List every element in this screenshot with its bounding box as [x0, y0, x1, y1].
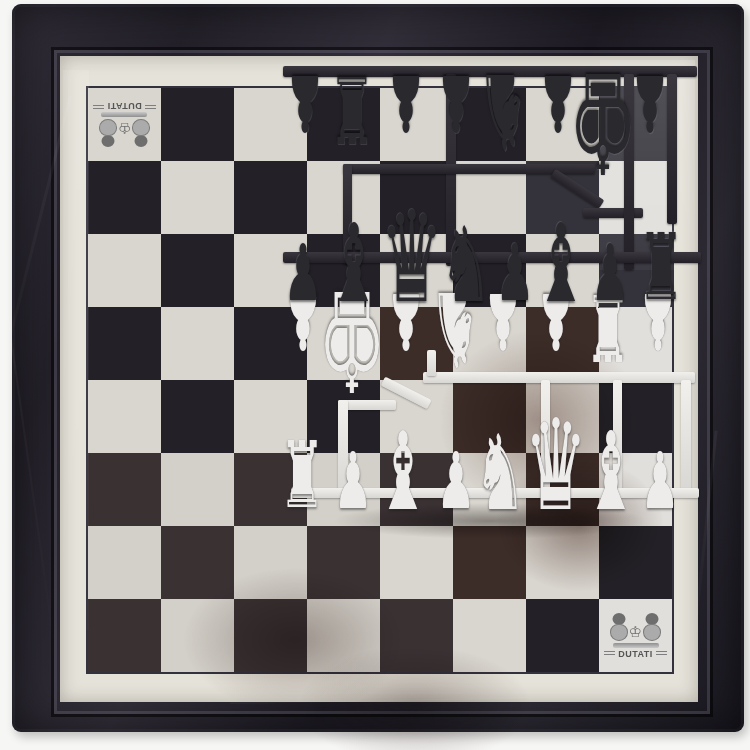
sprue-bar: [583, 208, 643, 218]
black-bishop-on-sprue: ♝: [534, 210, 588, 318]
square-b6: [161, 234, 234, 307]
logo-wing-base: [102, 113, 148, 118]
black-pawn-on-sprue: ♟: [283, 234, 322, 312]
square-a6: [88, 234, 161, 307]
brand-logo-bottom-right: ♔DUTATI: [599, 599, 672, 672]
white-bishop-on-sprue: ♝: [376, 418, 430, 526]
black-queen-on-sprue: ♛: [380, 195, 443, 321]
black-pawn-on-sprue: ♟: [495, 234, 534, 312]
square-b1: [161, 599, 234, 672]
logo-kid-left: [132, 119, 149, 148]
square-a1: [88, 599, 161, 672]
square-g1: [526, 599, 599, 672]
logo-right-wing-icon: [656, 651, 667, 657]
black-rook-on-sprue: ♜: [638, 222, 684, 314]
logo-children-figures: ♔: [100, 119, 149, 148]
square-d1: [307, 599, 380, 672]
square-f2: [453, 526, 526, 599]
logo-left-wing-icon: [604, 651, 615, 657]
black-knight-on-sprue-hanging: ♞: [477, 59, 529, 163]
logo-chess-piece-icon: ♔: [118, 121, 131, 136]
black-pawn-on-sprue-hanging: ♟: [386, 64, 425, 142]
brand-name: DUTATI: [107, 102, 142, 111]
square-b2: [161, 526, 234, 599]
square-a5: [88, 307, 161, 380]
logo-right-wing-icon: [93, 103, 104, 109]
black-king-on-sprue-hanging: ♚: [568, 52, 637, 190]
square-b3: [161, 453, 234, 526]
logo-kid-right: [643, 613, 660, 642]
black-rook-on-sprue-hanging: ♜: [329, 62, 375, 154]
square-b4: [161, 380, 234, 453]
square-b5: [161, 307, 234, 380]
black-pawn-on-sprue: ♟: [590, 234, 629, 312]
logo-left-wing-icon: [145, 103, 156, 109]
square-e2: [380, 526, 453, 599]
black-bishop-on-sprue: ♝: [327, 210, 381, 318]
white-pawn-on-sprue: ♟: [333, 442, 372, 520]
black-pawn-on-sprue-hanging: ♟: [285, 64, 324, 142]
square-h2: [599, 526, 672, 599]
white-queen-on-sprue: ♛: [524, 403, 587, 529]
square-b8: [161, 88, 234, 161]
black-pawn-on-sprue-hanging: ♟: [630, 64, 669, 142]
white-knight-on-sprue: ♞: [474, 421, 526, 525]
logo-kid-right: [100, 119, 117, 148]
brand-name: DUTATI: [618, 650, 653, 659]
white-pawn-on-sprue: ♟: [640, 442, 679, 520]
square-b7: [161, 161, 234, 234]
black-pawn-on-sprue-hanging: ♟: [436, 64, 475, 142]
white-bishop-on-sprue: ♝: [584, 418, 638, 526]
square-a4: [88, 380, 161, 453]
logo-chess-piece-icon: ♔: [629, 625, 642, 640]
square-c1: [234, 599, 307, 672]
square-a3: [88, 453, 161, 526]
square-a7: [88, 161, 161, 234]
white-pieces-sprue: ♟♚♟♞♟♟♜♟♜♟♝♟♞♛♝♟: [283, 292, 707, 516]
square-a2: [88, 526, 161, 599]
square-e1: [380, 599, 453, 672]
black-pieces-sprue: ♟♜♟♟♞♟♚♟♟♝♛♞♟♝♟♜: [283, 56, 707, 306]
logo-wing-base: [613, 643, 659, 648]
white-pawn-on-sprue: ♟: [436, 442, 475, 520]
white-rook-on-sprue: ♜: [279, 430, 325, 522]
chess-set-photo: ♔DUTATI ♔DUTATI ♟♜♟♟♞♟♚♟♟♝♛♞♟♝♟♜ ♟♚♟♞♟♟♜…: [0, 0, 750, 750]
brand-logo-top-left: ♔DUTATI: [88, 88, 161, 161]
logo-kid-left: [611, 613, 628, 642]
square-c2: [234, 526, 307, 599]
square-f1: [453, 599, 526, 672]
black-knight-on-sprue: ♞: [440, 213, 492, 317]
square-d2: [307, 526, 380, 599]
logo-children-figures: ♔: [611, 613, 660, 642]
sprue-bar: [681, 380, 691, 492]
